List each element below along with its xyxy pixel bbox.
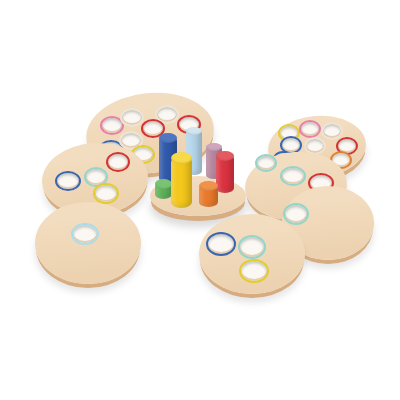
photo-stage [0,0,400,400]
hole-teal-ring [280,166,306,186]
hole-teal-ring [255,154,277,172]
hole-cyan-ring [71,223,99,245]
hole-teal-ring [283,203,309,225]
hole-plain-ring [120,108,144,127]
peg-green-top [155,179,172,189]
hole-teal-ring [238,235,266,259]
peg-light-blue-top [186,127,202,135]
peg-yellow-top [171,152,192,164]
peg-red-top [216,151,234,161]
hole-yellow-ring [239,259,269,283]
hole-blue-ring [206,232,236,256]
peg-blue-top [159,133,177,143]
hole-yellow-ring [93,183,119,204]
hole-blue-ring [55,171,81,191]
hole-red-ring [106,152,130,172]
peg-pink-top [206,143,222,151]
hole-plain-ring [321,122,343,140]
peg-orange-top [199,181,218,191]
hole-pink-ring [299,120,321,138]
